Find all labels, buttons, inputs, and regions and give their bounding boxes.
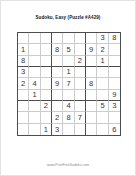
cell-r3c7[interactable] xyxy=(86,56,97,67)
cell-r6c2[interactable]: 1 xyxy=(29,90,40,101)
cell-r5c7[interactable]: 8 xyxy=(86,78,97,89)
cell-r3c3[interactable] xyxy=(41,56,52,67)
cell-r6c1[interactable] xyxy=(18,90,29,101)
cell-r2c5[interactable]: 5 xyxy=(63,44,74,55)
cell-r3c4[interactable] xyxy=(52,56,63,67)
cell-r5c8[interactable] xyxy=(97,78,108,89)
cell-r1c3[interactable] xyxy=(41,33,52,44)
cell-r4c3[interactable] xyxy=(41,67,52,78)
footer-url: www.PrintFreeSudoku.com xyxy=(1,163,135,167)
cell-r8c7[interactable] xyxy=(86,112,97,123)
cell-r1c4[interactable] xyxy=(52,33,63,44)
cell-r9c2[interactable] xyxy=(29,124,40,135)
cell-r5c1[interactable]: 2 xyxy=(18,78,29,89)
cell-r4c4[interactable] xyxy=(52,67,63,78)
cell-r6c4[interactable] xyxy=(52,90,63,101)
cell-r2c3[interactable] xyxy=(41,44,52,55)
cell-r8c8[interactable] xyxy=(97,112,108,123)
cell-r7c7[interactable] xyxy=(86,101,97,112)
cell-r2c7[interactable]: 9 xyxy=(86,44,97,55)
cell-r8c2[interactable] xyxy=(29,112,40,123)
cell-r2c6[interactable] xyxy=(75,44,86,55)
cell-r4c2[interactable] xyxy=(29,67,40,78)
cell-r5c4[interactable]: 9 xyxy=(52,78,63,89)
cell-r4c5[interactable]: 1 xyxy=(63,67,74,78)
cell-r3c1[interactable]: 8 xyxy=(18,56,29,67)
cell-r1c9[interactable]: 8 xyxy=(109,33,120,44)
cell-r8c9[interactable] xyxy=(109,112,120,123)
cell-r3c9[interactable] xyxy=(109,56,120,67)
cell-r1c6[interactable] xyxy=(75,33,86,44)
cell-r7c2[interactable] xyxy=(29,101,40,112)
cell-r4c8[interactable] xyxy=(97,67,108,78)
cell-r5c9[interactable] xyxy=(109,78,120,89)
cell-r6c9[interactable]: 9 xyxy=(109,90,120,101)
cell-r3c8[interactable]: 1 xyxy=(97,56,108,67)
puzzle-title: Sudoku, Easy (Puzzle #A429) xyxy=(1,15,135,20)
cell-r9c6[interactable] xyxy=(75,124,86,135)
sudoku-board: 38185928213124978192453287136 xyxy=(17,32,121,136)
cell-r7c5[interactable]: 4 xyxy=(63,101,74,112)
cell-r1c8[interactable]: 3 xyxy=(97,33,108,44)
cell-r9c9[interactable]: 6 xyxy=(109,124,120,135)
cell-r7c9[interactable]: 3 xyxy=(109,101,120,112)
cell-r1c7[interactable] xyxy=(86,33,97,44)
cell-r9c8[interactable] xyxy=(97,124,108,135)
cell-r3c5[interactable] xyxy=(63,56,74,67)
cell-r9c4[interactable]: 3 xyxy=(52,124,63,135)
cell-r1c5[interactable] xyxy=(63,33,74,44)
cell-r6c3[interactable] xyxy=(41,90,52,101)
cell-r2c1[interactable]: 1 xyxy=(18,44,29,55)
cell-r7c3[interactable]: 2 xyxy=(41,101,52,112)
cell-r2c4[interactable]: 8 xyxy=(52,44,63,55)
cell-r4c1[interactable]: 3 xyxy=(18,67,29,78)
cell-r8c4[interactable]: 2 xyxy=(52,112,63,123)
cell-r5c2[interactable]: 4 xyxy=(29,78,40,89)
cell-r9c5[interactable] xyxy=(63,124,74,135)
cell-r7c8[interactable]: 5 xyxy=(97,101,108,112)
cell-r6c8[interactable] xyxy=(97,90,108,101)
cell-r9c1[interactable] xyxy=(18,124,29,135)
cell-r5c3[interactable] xyxy=(41,78,52,89)
cell-r6c6[interactable] xyxy=(75,90,86,101)
cell-r6c5[interactable] xyxy=(63,90,74,101)
cell-r8c6[interactable]: 7 xyxy=(75,112,86,123)
cell-r7c4[interactable] xyxy=(52,101,63,112)
cell-r8c5[interactable]: 8 xyxy=(63,112,74,123)
cell-r3c6[interactable]: 2 xyxy=(75,56,86,67)
cell-r6c7[interactable] xyxy=(86,90,97,101)
cell-r9c3[interactable]: 1 xyxy=(41,124,52,135)
cell-r2c2[interactable] xyxy=(29,44,40,55)
cell-r3c2[interactable] xyxy=(29,56,40,67)
cell-r4c6[interactable] xyxy=(75,67,86,78)
cell-r1c1[interactable] xyxy=(18,33,29,44)
cell-r2c8[interactable]: 2 xyxy=(97,44,108,55)
sudoku-page: Sudoku, Easy (Puzzle #A429) 381859282131… xyxy=(0,0,136,176)
cell-r5c5[interactable]: 7 xyxy=(63,78,74,89)
cell-r2c9[interactable] xyxy=(109,44,120,55)
cell-r8c3[interactable] xyxy=(41,112,52,123)
cell-r5c6[interactable] xyxy=(75,78,86,89)
cell-r4c7[interactable] xyxy=(86,67,97,78)
cell-r4c9[interactable] xyxy=(109,67,120,78)
cell-r1c2[interactable] xyxy=(29,33,40,44)
cell-r8c1[interactable] xyxy=(18,112,29,123)
cell-r9c7[interactable] xyxy=(86,124,97,135)
cell-r7c1[interactable] xyxy=(18,101,29,112)
cell-r7c6[interactable] xyxy=(75,101,86,112)
